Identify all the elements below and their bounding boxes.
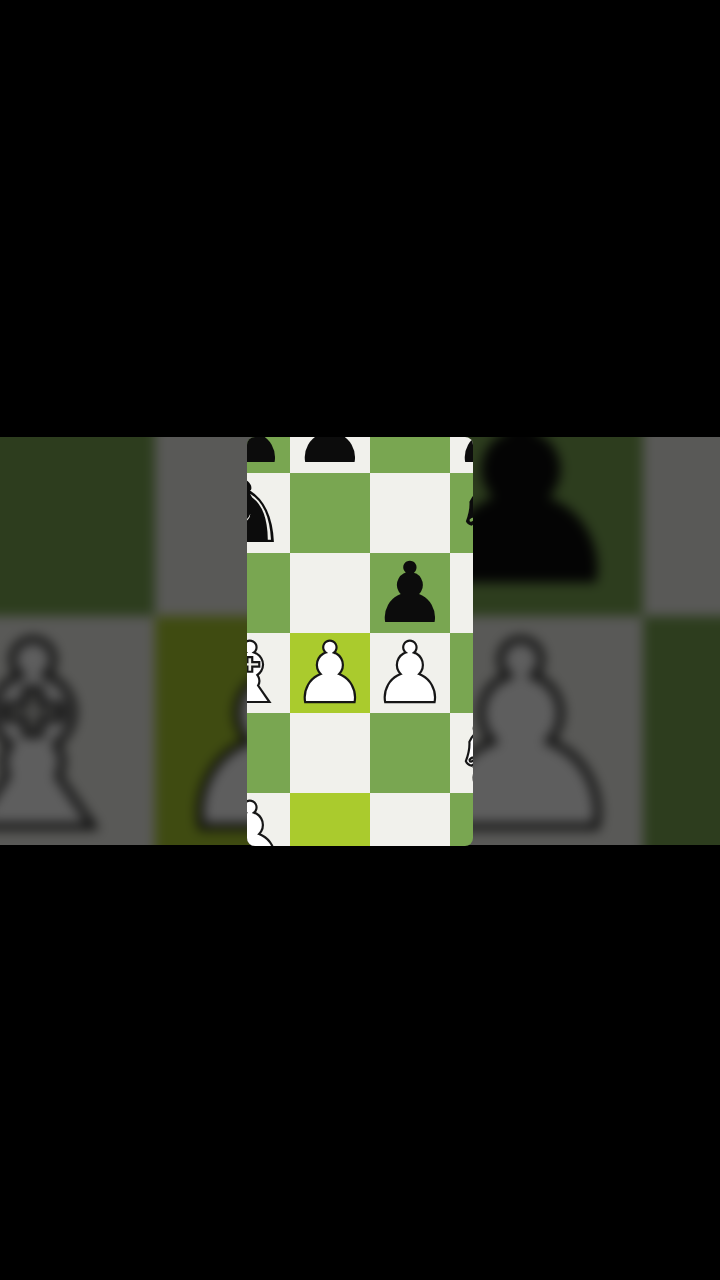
square-d6[interactable] — [290, 473, 370, 553]
white-bishop-c4[interactable]: ♝ — [247, 633, 290, 713]
square-e7[interactable] — [370, 437, 450, 473]
square-e4[interactable]: ♟ — [370, 633, 450, 713]
square-d2[interactable] — [290, 793, 370, 846]
video-frame: ♟♟♟♞♞♟♝♟♟♞♟ ♟♟♟♞♞♟♝♟♟♞♟ — [0, 0, 720, 1280]
letterbox-top — [0, 0, 720, 437]
square-f5[interactable] — [450, 553, 473, 633]
square-f2[interactable] — [450, 793, 473, 846]
white-knight-f3[interactable]: ♞ — [450, 713, 473, 793]
square-d3[interactable] — [290, 713, 370, 793]
black-knight-f6[interactable]: ♞ — [450, 473, 473, 553]
square-c5 — [0, 437, 155, 616]
square-f4[interactable] — [450, 633, 473, 713]
square-f6[interactable]: ♞ — [450, 473, 473, 553]
black-pawn-c7[interactable]: ♟ — [247, 437, 290, 473]
square-f4 — [643, 616, 720, 845]
square-f3[interactable]: ♞ — [450, 713, 473, 793]
square-e6[interactable] — [370, 473, 450, 553]
white-bishop-c4: ♝ — [0, 616, 155, 845]
letterbox-bottom — [0, 846, 720, 1280]
square-c7[interactable]: ♟ — [247, 437, 290, 473]
black-knight-c6[interactable]: ♞ — [247, 473, 290, 553]
white-pawn-d4[interactable]: ♟ — [290, 633, 370, 713]
square-c4: ♝ — [0, 616, 155, 845]
square-e5[interactable]: ♟ — [370, 553, 450, 633]
square-f5 — [643, 437, 720, 616]
square-c6[interactable]: ♞ — [247, 473, 290, 553]
chessboard: ♟♟♟♞♞♟♝♟♟♞♟ — [247, 437, 473, 846]
square-e2[interactable] — [370, 793, 450, 846]
black-pawn-e5[interactable]: ♟ — [370, 553, 450, 633]
black-pawn-f7[interactable]: ♟ — [450, 437, 473, 473]
square-c4[interactable]: ♝ — [247, 633, 290, 713]
square-d4[interactable]: ♟ — [290, 633, 370, 713]
square-d7[interactable]: ♟ — [290, 437, 370, 473]
square-c5[interactable] — [247, 553, 290, 633]
square-e3[interactable] — [370, 713, 450, 793]
square-c3[interactable] — [247, 713, 290, 793]
black-pawn-d7[interactable]: ♟ — [290, 437, 370, 473]
white-pawn-e4[interactable]: ♟ — [370, 633, 450, 713]
square-d5[interactable] — [290, 553, 370, 633]
square-f7[interactable]: ♟ — [450, 437, 473, 473]
white-pawn-c2[interactable]: ♟ — [247, 793, 290, 846]
square-c2[interactable]: ♟ — [247, 793, 290, 846]
chessboard-video-crop: ♟♟♟♞♞♟♝♟♟♞♟ — [247, 437, 473, 846]
